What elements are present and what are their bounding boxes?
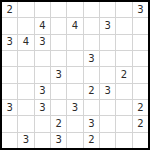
clue-cell-r8c9: 2: [133, 116, 148, 131]
empty-cell-r6c2[interactable]: [18, 84, 33, 99]
clue-cell-r9c6: 2: [84, 133, 99, 148]
empty-cell-r1c5[interactable]: [67, 2, 82, 17]
empty-cell-r9c8[interactable]: [116, 133, 131, 148]
empty-cell-r1c6[interactable]: [84, 2, 99, 17]
empty-cell-r4c9[interactable]: [133, 51, 148, 66]
empty-cell-r4c7[interactable]: [100, 51, 115, 66]
empty-cell-r9c9[interactable]: [133, 133, 148, 148]
empty-cell-r8c1[interactable]: [2, 116, 17, 131]
empty-cell-r9c7[interactable]: [100, 133, 115, 148]
empty-cell-r5c6[interactable]: [84, 67, 99, 82]
empty-cell-r6c8[interactable]: [116, 84, 131, 99]
empty-cell-r2c6[interactable]: [84, 18, 99, 33]
empty-cell-r6c9[interactable]: [133, 84, 148, 99]
empty-cell-r3c7[interactable]: [100, 35, 115, 50]
clue-cell-r6c6: 2: [84, 84, 99, 99]
clue-cell-r2c3: 4: [35, 18, 50, 33]
empty-cell-r2c4[interactable]: [51, 18, 66, 33]
empty-cell-r9c3[interactable]: [35, 133, 50, 148]
clue-cell-r6c7: 3: [100, 84, 115, 99]
empty-cell-r4c1[interactable]: [2, 51, 17, 66]
empty-cell-r8c7[interactable]: [100, 116, 115, 131]
empty-cell-r8c8[interactable]: [116, 116, 131, 131]
empty-cell-r2c2[interactable]: [18, 18, 33, 33]
empty-cell-r3c5[interactable]: [67, 35, 82, 50]
empty-cell-r6c1[interactable]: [2, 84, 17, 99]
clue-cell-r7c5: 3: [67, 100, 82, 115]
clue-cell-r7c9: 2: [133, 100, 148, 115]
empty-cell-r5c1[interactable]: [2, 67, 17, 82]
clue-cell-r2c5: 4: [67, 18, 82, 33]
empty-cell-r8c2[interactable]: [18, 116, 33, 131]
empty-cell-r4c8[interactable]: [116, 51, 131, 66]
clue-cell-r7c1: 3: [2, 100, 17, 115]
clue-cell-r3c1: 3: [2, 35, 17, 50]
empty-cell-r1c4[interactable]: [51, 2, 66, 17]
empty-cell-r5c3[interactable]: [35, 67, 50, 82]
empty-cell-r1c3[interactable]: [35, 2, 50, 17]
clue-cell-r8c4: 2: [51, 116, 66, 131]
clue-cell-r4c6: 3: [84, 51, 99, 66]
clue-cell-r7c3: 3: [35, 100, 50, 115]
empty-cell-r5c9[interactable]: [133, 67, 148, 82]
empty-cell-r5c5[interactable]: [67, 67, 82, 82]
empty-cell-r9c5[interactable]: [67, 133, 82, 148]
empty-cell-r3c8[interactable]: [116, 35, 131, 50]
empty-cell-r5c7[interactable]: [100, 67, 115, 82]
empty-cell-r3c6[interactable]: [84, 35, 99, 50]
empty-cell-r2c8[interactable]: [116, 18, 131, 33]
empty-cell-r8c5[interactable]: [67, 116, 82, 131]
empty-cell-r4c5[interactable]: [67, 51, 82, 66]
empty-cell-r7c6[interactable]: [84, 100, 99, 115]
empty-cell-r1c7[interactable]: [100, 2, 115, 17]
clue-cell-r5c8: 2: [116, 67, 131, 82]
empty-cell-r2c1[interactable]: [2, 18, 17, 33]
empty-cell-r7c2[interactable]: [18, 100, 33, 115]
clue-cell-r1c1: 2: [2, 2, 17, 17]
clue-cell-r2c7: 3: [100, 18, 115, 33]
clue-cell-r9c2: 3: [18, 133, 33, 148]
empty-cell-r1c2[interactable]: [18, 2, 33, 17]
empty-cell-r4c2[interactable]: [18, 51, 33, 66]
empty-cell-r7c7[interactable]: [100, 100, 115, 115]
empty-cell-r5c2[interactable]: [18, 67, 33, 82]
empty-cell-r8c3[interactable]: [35, 116, 50, 131]
clue-cell-r1c9: 3: [133, 2, 148, 17]
clue-cell-r5c4: 3: [51, 67, 66, 82]
empty-cell-r2c9[interactable]: [133, 18, 148, 33]
clue-cell-r8c6: 3: [84, 116, 99, 131]
empty-cell-r9c1[interactable]: [2, 133, 17, 148]
clue-cell-r9c4: 3: [51, 133, 66, 148]
empty-cell-r4c3[interactable]: [35, 51, 50, 66]
minesweeper-board: 234433433323233332232332: [0, 0, 150, 150]
clue-cell-r6c3: 3: [35, 84, 50, 99]
empty-cell-r6c4[interactable]: [51, 84, 66, 99]
empty-cell-r3c4[interactable]: [51, 35, 66, 50]
empty-cell-r3c9[interactable]: [133, 35, 148, 50]
empty-cell-r4c4[interactable]: [51, 51, 66, 66]
clue-cell-r3c2: 4: [18, 35, 33, 50]
empty-cell-r6c5[interactable]: [67, 84, 82, 99]
empty-cell-r7c4[interactable]: [51, 100, 66, 115]
empty-cell-r7c8[interactable]: [116, 100, 131, 115]
empty-cell-r1c8[interactable]: [116, 2, 131, 17]
clue-cell-r3c3: 3: [35, 35, 50, 50]
